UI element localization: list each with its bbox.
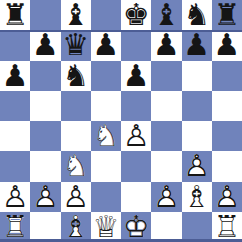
square-a2[interactable]: ♟♙: [0, 182, 30, 212]
square-c5[interactable]: [61, 91, 91, 121]
square-g8[interactable]: ♞: [182, 0, 212, 30]
square-f7[interactable]: ♟: [151, 30, 181, 60]
piece-outline-layer: ♙: [182, 151, 212, 181]
square-f8[interactable]: ♝: [151, 0, 181, 30]
chess-board: ♜♝♚♝♞♜♟♛♟♟♟♟♟♞♟♞♘♟♙♞♘♟♙♟♙♟♙♟♙♟♙♝♗♟♙♜♖♝♗♛…: [0, 0, 242, 242]
square-e7[interactable]: [121, 30, 151, 60]
square-d2[interactable]: [91, 182, 121, 212]
square-b5[interactable]: [30, 91, 60, 121]
square-e1[interactable]: ♚♔: [121, 212, 151, 242]
white-bishop-piece[interactable]: ♝♗: [61, 212, 91, 242]
white-king-piece[interactable]: ♚♔: [121, 212, 151, 242]
square-g6[interactable]: [182, 61, 212, 91]
white-knight-piece[interactable]: ♞♘: [91, 121, 121, 151]
piece-outline-layer: ♘: [91, 121, 121, 151]
black-bishop-piece[interactable]: ♝: [151, 0, 181, 30]
piece-outline-layer: ♗: [182, 182, 212, 212]
square-f6[interactable]: [151, 61, 181, 91]
square-h6[interactable]: [212, 61, 242, 91]
square-h8[interactable]: ♜: [212, 0, 242, 30]
square-c1[interactable]: ♝♗: [61, 212, 91, 242]
square-e2[interactable]: [121, 182, 151, 212]
white-pawn-piece[interactable]: ♟♙: [121, 121, 151, 151]
black-rook-piece[interactable]: ♜: [0, 0, 30, 30]
square-e4[interactable]: ♟♙: [121, 121, 151, 151]
square-g1[interactable]: [182, 212, 212, 242]
piece-outline-layer: ♙: [30, 182, 60, 212]
piece-outline-layer: ♙: [0, 182, 30, 212]
square-a5[interactable]: [0, 91, 30, 121]
white-pawn-piece[interactable]: ♟♙: [30, 182, 60, 212]
square-h3[interactable]: [212, 151, 242, 181]
square-f1[interactable]: [151, 212, 181, 242]
square-a1[interactable]: ♜♖: [0, 212, 30, 242]
black-pawn-piece[interactable]: ♟: [121, 61, 151, 91]
piece-outline-layer: ♖: [212, 212, 242, 242]
square-d1[interactable]: ♛♕: [91, 212, 121, 242]
piece-outline-layer: ♙: [121, 121, 151, 151]
white-pawn-piece[interactable]: ♟♙: [0, 182, 30, 212]
square-e6[interactable]: ♟: [121, 61, 151, 91]
black-queen-piece[interactable]: ♛: [61, 30, 91, 60]
black-king-piece[interactable]: ♚: [121, 0, 151, 30]
piece-outline-layer: ♘: [61, 151, 91, 181]
square-c8[interactable]: ♝: [61, 0, 91, 30]
white-bishop-piece[interactable]: ♝♗: [182, 182, 212, 212]
square-c3[interactable]: ♞♘: [61, 151, 91, 181]
square-c6[interactable]: ♞: [61, 61, 91, 91]
square-h4[interactable]: [212, 121, 242, 151]
black-pawn-piece[interactable]: ♟: [91, 30, 121, 60]
square-g4[interactable]: [182, 121, 212, 151]
square-b6[interactable]: [30, 61, 60, 91]
square-a7[interactable]: [0, 30, 30, 60]
square-f2[interactable]: ♟♙: [151, 182, 181, 212]
square-e5[interactable]: [121, 91, 151, 121]
black-rook-piece[interactable]: ♜: [212, 0, 242, 30]
square-b8[interactable]: [30, 0, 60, 30]
piece-outline-layer: ♗: [61, 212, 91, 242]
black-pawn-piece[interactable]: ♟: [212, 30, 242, 60]
square-b2[interactable]: ♟♙: [30, 182, 60, 212]
square-b3[interactable]: [30, 151, 60, 181]
square-h2[interactable]: ♟♙: [212, 182, 242, 212]
square-h5[interactable]: [212, 91, 242, 121]
white-pawn-piece[interactable]: ♟♙: [182, 151, 212, 181]
white-queen-piece[interactable]: ♛♕: [91, 212, 121, 242]
square-h1[interactable]: ♜♖: [212, 212, 242, 242]
black-knight-piece[interactable]: ♞: [182, 0, 212, 30]
piece-outline-layer: ♕: [91, 212, 121, 242]
square-e8[interactable]: ♚: [121, 0, 151, 30]
square-d8[interactable]: [91, 0, 121, 30]
square-a3[interactable]: [0, 151, 30, 181]
white-pawn-piece[interactable]: ♟♙: [61, 182, 91, 212]
white-pawn-piece[interactable]: ♟♙: [151, 182, 181, 212]
white-rook-piece[interactable]: ♜♖: [0, 212, 30, 242]
black-pawn-piece[interactable]: ♟: [0, 61, 30, 91]
black-knight-piece[interactable]: ♞: [61, 61, 91, 91]
square-c4[interactable]: [61, 121, 91, 151]
square-b1[interactable]: [30, 212, 60, 242]
piece-outline-layer: ♔: [121, 212, 151, 242]
square-d4[interactable]: ♞♘: [91, 121, 121, 151]
square-d7[interactable]: ♟: [91, 30, 121, 60]
square-g5[interactable]: [182, 91, 212, 121]
piece-outline-layer: ♙: [151, 182, 181, 212]
piece-outline-layer: ♙: [61, 182, 91, 212]
square-d3[interactable]: [91, 151, 121, 181]
square-a8[interactable]: ♜: [0, 0, 30, 30]
square-b4[interactable]: [30, 121, 60, 151]
square-g3[interactable]: ♟♙: [182, 151, 212, 181]
black-pawn-piece[interactable]: ♟: [151, 30, 181, 60]
square-f5[interactable]: [151, 91, 181, 121]
white-rook-piece[interactable]: ♜♖: [212, 212, 242, 242]
piece-outline-layer: ♖: [0, 212, 30, 242]
square-g7[interactable]: ♟: [182, 30, 212, 60]
square-h7[interactable]: ♟: [212, 30, 242, 60]
black-bishop-piece[interactable]: ♝: [61, 0, 91, 30]
square-a4[interactable]: [0, 121, 30, 151]
square-f4[interactable]: [151, 121, 181, 151]
square-g2[interactable]: ♝♗: [182, 182, 212, 212]
black-pawn-piece[interactable]: ♟: [182, 30, 212, 60]
square-e3[interactable]: [121, 151, 151, 181]
square-f3[interactable]: [151, 151, 181, 181]
white-knight-piece[interactable]: ♞♘: [61, 151, 91, 181]
square-d6[interactable]: [91, 61, 121, 91]
square-d5[interactable]: [91, 91, 121, 121]
square-c2[interactable]: ♟♙: [61, 182, 91, 212]
white-pawn-piece[interactable]: ♟♙: [212, 182, 242, 212]
square-a6[interactable]: ♟: [0, 61, 30, 91]
piece-outline-layer: ♙: [212, 182, 242, 212]
square-c7[interactable]: ♛: [61, 30, 91, 60]
square-b7[interactable]: ♟: [30, 30, 60, 60]
black-pawn-piece[interactable]: ♟: [30, 30, 60, 60]
